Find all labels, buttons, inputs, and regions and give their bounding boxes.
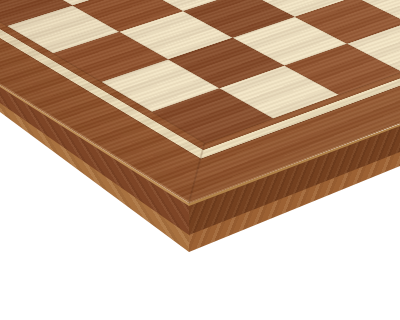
chess-board xyxy=(0,0,400,203)
chessboard-product-photo xyxy=(0,0,400,320)
